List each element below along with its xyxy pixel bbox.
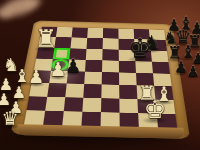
- piece-white-rook-a7[interactable]: ♜: [35, 27, 57, 51]
- game-stage: ♜♟♟♟♚♞♜♝♚♞♝♟♟♟♟♛♟♝♟♞♛♜♜♝♟♟♟: [0, 0, 200, 150]
- piece-black-pawn-captured-10: ♟: [187, 64, 200, 78]
- piece-white-king-g2[interactable]: ♚: [144, 97, 166, 122]
- piece-black-pawn-c5[interactable]: ♟: [65, 57, 81, 75]
- piece-layer: ♜♟♟♟♚♞♜♝♚♞♝♟♟♟♟♛♟♝♟♞♛♜♜♝♟♟♟: [0, 0, 200, 150]
- piece-white-pawn-b5[interactable]: ♟: [49, 60, 66, 79]
- piece-black-king-g6[interactable]: ♚: [128, 35, 151, 61]
- piece-black-pawn-captured-9: ♟: [174, 60, 187, 75]
- piece-white-queen-captured-6: ♛: [1, 109, 18, 128]
- piece-white-pawn-a4[interactable]: ♟: [28, 68, 44, 86]
